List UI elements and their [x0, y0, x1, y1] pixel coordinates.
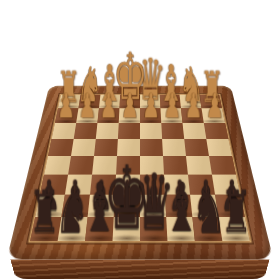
board-square[interactable]: ♞	[192, 217, 222, 241]
board-square[interactable]	[71, 139, 96, 156]
board-square[interactable]	[48, 139, 74, 156]
board-square[interactable]: ♟	[119, 108, 140, 123]
product-photo-scene: ♜♞♝♚♛♝♞♜♟♟♟♟♟♟♟♟♟♟♟♟♟♟♟♟♜♞♝♚♛♝♞♜	[0, 0, 280, 280]
chess-board-squares: ♜♞♝♚♛♝♞♜♟♟♟♟♟♟♟♟♟♟♟♟♟♟♟♟♜♞♝♚♛♝♞♜	[30, 95, 250, 241]
board-square[interactable]: ♟	[202, 108, 226, 123]
board-square[interactable]: ♚	[113, 217, 140, 241]
white-pawn-piece[interactable]: ♟	[184, 90, 202, 122]
board-square[interactable]	[52, 123, 77, 139]
board-square[interactable]: ♝	[166, 217, 195, 241]
board-square[interactable]: ♞	[58, 217, 88, 241]
black-king-piece[interactable]: ♚	[103, 158, 149, 240]
board-square[interactable]: ♟	[140, 108, 161, 123]
black-rook-piece[interactable]: ♜	[221, 185, 252, 240]
board-square[interactable]	[74, 123, 98, 139]
white-pawn-piece[interactable]: ♟	[142, 90, 160, 122]
board-square[interactable]: ♟	[181, 108, 204, 123]
board-square[interactable]	[96, 123, 119, 139]
white-pawn-piece[interactable]: ♟	[120, 90, 138, 122]
board-square[interactable]: ♟	[161, 108, 183, 123]
white-pawn-piece[interactable]: ♟	[163, 90, 181, 122]
board-square[interactable]	[183, 123, 207, 139]
white-pawn-piece[interactable]: ♟	[57, 90, 75, 122]
black-rook-piece[interactable]: ♜	[29, 185, 60, 240]
white-pawn-piece[interactable]: ♟	[99, 90, 117, 122]
board-square[interactable]: ♜	[219, 217, 250, 241]
board-front-edge	[10, 259, 269, 279]
white-pawn-piece[interactable]: ♟	[205, 90, 223, 122]
board-square[interactable]	[118, 123, 140, 139]
board-square[interactable]: ♟	[76, 108, 99, 123]
board-square[interactable]	[184, 139, 209, 156]
chess-board: ♜♞♝♚♛♝♞♜♟♟♟♟♟♟♟♟♟♟♟♟♟♟♟♟♜♞♝♚♛♝♞♜	[7, 86, 274, 260]
board-square[interactable]	[206, 139, 232, 156]
board-square[interactable]	[204, 123, 229, 139]
board-square[interactable]	[140, 123, 162, 139]
board-square[interactable]: ♜	[30, 217, 61, 241]
board-square[interactable]	[161, 123, 184, 139]
board-square[interactable]	[162, 139, 186, 156]
board-square[interactable]: ♟	[55, 108, 79, 123]
white-pawn-piece[interactable]: ♟	[78, 90, 96, 122]
board-square[interactable]: ♟	[97, 108, 119, 123]
